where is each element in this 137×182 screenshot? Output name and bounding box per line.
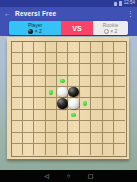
board-cell[interactable]: [68, 144, 79, 155]
board-cell[interactable]: [12, 133, 23, 144]
board-cell[interactable]: [34, 64, 45, 75]
board-cell[interactable]: [114, 121, 125, 132]
board-cell[interactable]: [46, 87, 57, 98]
board-cell[interactable]: [80, 76, 91, 87]
board-cell[interactable]: [23, 144, 34, 155]
opponent-label: Rookie: [103, 23, 119, 28]
board-cell[interactable]: [114, 110, 125, 121]
board-cell[interactable]: [80, 53, 91, 64]
legal-move-dot[interactable]: [60, 79, 65, 84]
board-cell[interactable]: [34, 144, 45, 155]
vs-label: VS: [72, 25, 81, 32]
board-cell[interactable]: [34, 76, 45, 87]
board-cell[interactable]: [91, 87, 102, 98]
board-cell[interactable]: [57, 64, 68, 75]
board-cell[interactable]: [34, 110, 45, 121]
board-cell[interactable]: [57, 98, 68, 109]
board-cell[interactable]: [68, 53, 79, 64]
black-disc-icon: [28, 29, 33, 34]
board-cell[interactable]: [57, 42, 68, 53]
board-cell[interactable]: [68, 110, 79, 121]
board-cell[interactable]: [34, 42, 45, 53]
board-cell[interactable]: [46, 42, 57, 53]
score-strip: Player × 2 VS Rookie × 2: [9, 21, 128, 35]
board-cell[interactable]: [114, 53, 125, 64]
board-cell[interactable]: [34, 87, 45, 98]
board-cell[interactable]: [23, 98, 34, 109]
board-cell[interactable]: [80, 133, 91, 144]
board-cell[interactable]: [12, 98, 23, 109]
board-cell[interactable]: [91, 42, 102, 53]
board-cell[interactable]: [68, 133, 79, 144]
android-nav-bar: ◁ ○ ▢: [0, 170, 137, 182]
nav-recents-button[interactable]: ▢: [87, 173, 94, 179]
board-cell[interactable]: [68, 121, 79, 132]
board-cell[interactable]: [12, 144, 23, 155]
overflow-menu-icon[interactable]: ⋮: [127, 10, 134, 17]
wifi-icon: [114, 2, 117, 6]
board-cell[interactable]: [114, 133, 125, 144]
board-cell[interactable]: [80, 110, 91, 121]
board-cell[interactable]: [57, 121, 68, 132]
board-cell[interactable]: [57, 133, 68, 144]
board-cell[interactable]: [34, 98, 45, 109]
board-cell[interactable]: [114, 64, 125, 75]
board-cell[interactable]: [103, 144, 114, 155]
board-cell[interactable]: [12, 76, 23, 87]
board-cell[interactable]: [46, 144, 57, 155]
board-cell[interactable]: [80, 64, 91, 75]
board-cell[interactable]: [57, 53, 68, 64]
board-cell[interactable]: [46, 53, 57, 64]
nav-home-button[interactable]: ○: [65, 173, 72, 179]
status-bar: 12:54: [0, 0, 137, 7]
board-cell[interactable]: [23, 76, 34, 87]
board-cell[interactable]: [103, 98, 114, 109]
white-disc-icon: [104, 29, 109, 34]
board-cell[interactable]: [68, 76, 79, 87]
board-cell[interactable]: [103, 87, 114, 98]
legal-move-dot[interactable]: [49, 90, 54, 95]
player-disc-count: × 2: [35, 29, 42, 34]
board-cell[interactable]: [46, 110, 57, 121]
nav-back-button[interactable]: ◁: [43, 173, 50, 179]
board-cell[interactable]: [34, 53, 45, 64]
board-cell[interactable]: [103, 110, 114, 121]
black-disc: [57, 98, 68, 109]
board-cell[interactable]: [23, 42, 34, 53]
board-cell[interactable]: [80, 42, 91, 53]
player-label: Player: [28, 23, 42, 28]
board-cell[interactable]: [12, 42, 23, 53]
board-cell[interactable]: [68, 42, 79, 53]
board-cell[interactable]: [103, 121, 114, 132]
board-cell[interactable]: [80, 87, 91, 98]
board-cell[interactable]: [12, 121, 23, 132]
board-cell[interactable]: [57, 76, 68, 87]
board-cell[interactable]: [114, 87, 125, 98]
board-cell[interactable]: [23, 110, 34, 121]
board-cell[interactable]: [23, 87, 34, 98]
board-cell[interactable]: [46, 98, 57, 109]
reversi-board: [7, 37, 129, 159]
board-cell[interactable]: [103, 42, 114, 53]
opponent-disc-count: × 2: [110, 29, 117, 34]
board-cell[interactable]: [57, 110, 68, 121]
board-cell[interactable]: [91, 121, 102, 132]
back-arrow-icon[interactable]: ←: [4, 10, 11, 17]
board-cell[interactable]: [12, 64, 23, 75]
app-title: Reversi Free: [15, 10, 56, 17]
board-cell[interactable]: [46, 121, 57, 132]
board-cell[interactable]: [91, 110, 102, 121]
board-cell[interactable]: [34, 133, 45, 144]
board-cell[interactable]: [80, 121, 91, 132]
board-cell[interactable]: [91, 64, 102, 75]
board-cell[interactable]: [23, 121, 34, 132]
board-cell[interactable]: [57, 87, 68, 98]
battery-icon: [119, 1, 122, 6]
board-cell[interactable]: [57, 144, 68, 155]
board-cell[interactable]: [91, 98, 102, 109]
player-score-panel: Player × 2: [9, 21, 61, 35]
board-cell[interactable]: [68, 98, 79, 109]
board-cell[interactable]: [46, 133, 57, 144]
board-grid: [11, 41, 127, 157]
board-cell[interactable]: [91, 144, 102, 155]
header-block: 12:54 ← Reversi Free ⋮ Player × 2 VS Roo…: [0, 0, 137, 36]
board-cell[interactable]: [12, 87, 23, 98]
board-cell[interactable]: [34, 121, 45, 132]
board-cell[interactable]: [12, 53, 23, 64]
board-cell[interactable]: [103, 133, 114, 144]
board-cell[interactable]: [91, 133, 102, 144]
black-disc: [68, 87, 79, 98]
white-disc: [68, 98, 79, 109]
board-cell[interactable]: [103, 76, 114, 87]
legal-move-dot[interactable]: [71, 113, 76, 118]
board-cell[interactable]: [114, 98, 125, 109]
white-disc: [57, 87, 68, 98]
opponent-score-panel: Rookie × 2: [93, 21, 128, 35]
board-cell[interactable]: [23, 64, 34, 75]
board-cell[interactable]: [114, 76, 125, 87]
board-cell[interactable]: [12, 110, 23, 121]
legal-move-dot[interactable]: [83, 101, 88, 106]
board-cell[interactable]: [46, 64, 57, 75]
board-cell[interactable]: [114, 42, 125, 53]
board-cell[interactable]: [103, 53, 114, 64]
board-cell[interactable]: [114, 144, 125, 155]
board-cell[interactable]: [103, 64, 114, 75]
vs-panel: VS: [61, 21, 93, 35]
board-cell[interactable]: [68, 87, 79, 98]
app-bar: ← Reversi Free ⋮: [0, 7, 137, 20]
board-cell[interactable]: [91, 76, 102, 87]
app-screen: 12:54 ← Reversi Free ⋮ Player × 2 VS Roo…: [0, 0, 137, 182]
board-cell[interactable]: [23, 133, 34, 144]
status-time: 12:54: [124, 1, 135, 6]
board-cell[interactable]: [68, 64, 79, 75]
board-cell[interactable]: [80, 144, 91, 155]
board-cell[interactable]: [23, 53, 34, 64]
board-cell[interactable]: [91, 53, 102, 64]
board-cell[interactable]: [46, 76, 57, 87]
board-cell[interactable]: [80, 98, 91, 109]
